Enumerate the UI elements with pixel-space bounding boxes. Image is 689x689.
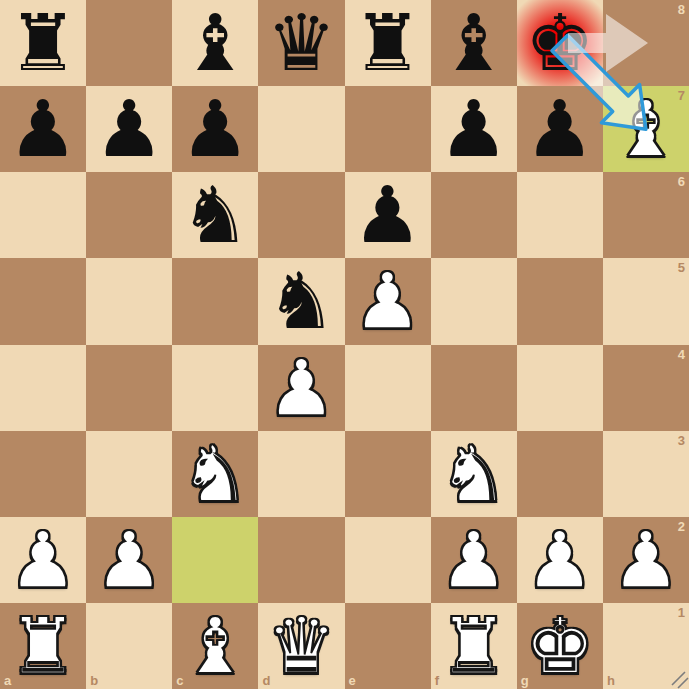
- board-grid: ♜♝♛♜♝♚8♟♟♟♟♟♝7♞♟6♞♟5♟4♞♞3♟♟♟♟♟2♜ab♝c♛de♜…: [0, 0, 689, 689]
- square-g7[interactable]: ♟: [517, 86, 603, 172]
- rank-label-5: 5: [678, 260, 685, 275]
- square-f4[interactable]: [431, 345, 517, 431]
- black-knight[interactable]: ♞: [180, 176, 250, 254]
- file-label-b: b: [90, 673, 98, 688]
- white-pawn[interactable]: ♟: [439, 521, 509, 599]
- white-pawn[interactable]: ♟: [8, 521, 78, 599]
- square-e5[interactable]: ♟: [345, 258, 431, 344]
- square-a6[interactable]: [0, 172, 86, 258]
- square-c2[interactable]: [172, 517, 258, 603]
- square-d6[interactable]: [258, 172, 344, 258]
- square-c7[interactable]: ♟: [172, 86, 258, 172]
- square-b4[interactable]: [86, 345, 172, 431]
- square-b1[interactable]: b: [86, 603, 172, 689]
- file-label-g: g: [521, 673, 529, 688]
- square-c5[interactable]: [172, 258, 258, 344]
- square-a8[interactable]: ♜: [0, 0, 86, 86]
- square-g4[interactable]: [517, 345, 603, 431]
- white-rook[interactable]: ♜: [439, 607, 509, 685]
- file-label-e: e: [349, 673, 356, 688]
- square-f6[interactable]: [431, 172, 517, 258]
- square-d5[interactable]: ♞: [258, 258, 344, 344]
- square-g5[interactable]: [517, 258, 603, 344]
- square-a3[interactable]: [0, 431, 86, 517]
- white-knight[interactable]: ♞: [439, 435, 509, 513]
- white-pawn[interactable]: ♟: [525, 521, 595, 599]
- square-h1[interactable]: 1h: [603, 603, 689, 689]
- white-pawn[interactable]: ♟: [353, 262, 423, 340]
- square-h4[interactable]: 4: [603, 345, 689, 431]
- square-g8[interactable]: ♚: [517, 0, 603, 86]
- rank-label-4: 4: [678, 347, 685, 362]
- square-b8[interactable]: [86, 0, 172, 86]
- black-rook[interactable]: ♜: [8, 4, 78, 82]
- white-pawn[interactable]: ♟: [94, 521, 164, 599]
- rank-label-3: 3: [678, 433, 685, 448]
- square-f3[interactable]: ♞: [431, 431, 517, 517]
- black-bishop[interactable]: ♝: [439, 4, 509, 82]
- file-label-f: f: [435, 673, 439, 688]
- white-bishop[interactable]: ♝: [611, 90, 681, 168]
- square-b6[interactable]: [86, 172, 172, 258]
- black-queen[interactable]: ♛: [266, 4, 336, 82]
- rank-label-2: 2: [678, 519, 685, 534]
- square-g2[interactable]: ♟: [517, 517, 603, 603]
- square-f8[interactable]: ♝: [431, 0, 517, 86]
- square-g3[interactable]: [517, 431, 603, 517]
- white-bishop[interactable]: ♝: [180, 607, 250, 685]
- square-c1[interactable]: ♝c: [172, 603, 258, 689]
- square-f1[interactable]: ♜f: [431, 603, 517, 689]
- rank-label-1: 1: [678, 605, 685, 620]
- black-pawn[interactable]: ♟: [353, 176, 423, 254]
- square-a5[interactable]: [0, 258, 86, 344]
- square-a2[interactable]: ♟: [0, 517, 86, 603]
- square-c6[interactable]: ♞: [172, 172, 258, 258]
- black-pawn[interactable]: ♟: [180, 90, 250, 168]
- white-queen[interactable]: ♛: [266, 607, 336, 685]
- square-d8[interactable]: ♛: [258, 0, 344, 86]
- black-knight[interactable]: ♞: [266, 262, 336, 340]
- square-f5[interactable]: [431, 258, 517, 344]
- square-h5[interactable]: 5: [603, 258, 689, 344]
- square-h3[interactable]: 3: [603, 431, 689, 517]
- square-b2[interactable]: ♟: [86, 517, 172, 603]
- square-e3[interactable]: [345, 431, 431, 517]
- square-f2[interactable]: ♟: [431, 517, 517, 603]
- square-f7[interactable]: ♟: [431, 86, 517, 172]
- black-pawn[interactable]: ♟: [8, 90, 78, 168]
- square-e4[interactable]: [345, 345, 431, 431]
- black-pawn[interactable]: ♟: [94, 90, 164, 168]
- black-king[interactable]: ♚: [525, 4, 595, 82]
- black-pawn[interactable]: ♟: [525, 90, 595, 168]
- square-a7[interactable]: ♟: [0, 86, 86, 172]
- square-b3[interactable]: [86, 431, 172, 517]
- square-e8[interactable]: ♜: [345, 0, 431, 86]
- square-g6[interactable]: [517, 172, 603, 258]
- square-c3[interactable]: ♞: [172, 431, 258, 517]
- square-h2[interactable]: ♟2: [603, 517, 689, 603]
- file-label-h: h: [607, 673, 615, 688]
- square-a4[interactable]: [0, 345, 86, 431]
- square-d3[interactable]: [258, 431, 344, 517]
- file-label-d: d: [262, 673, 270, 688]
- square-c8[interactable]: ♝: [172, 0, 258, 86]
- square-d1[interactable]: ♛d: [258, 603, 344, 689]
- white-pawn[interactable]: ♟: [266, 349, 336, 427]
- square-h8[interactable]: 8: [603, 0, 689, 86]
- square-h6[interactable]: 6: [603, 172, 689, 258]
- square-e7[interactable]: [345, 86, 431, 172]
- square-e2[interactable]: [345, 517, 431, 603]
- rank-label-7: 7: [678, 88, 685, 103]
- black-rook[interactable]: ♜: [353, 4, 423, 82]
- square-c4[interactable]: [172, 345, 258, 431]
- square-b5[interactable]: [86, 258, 172, 344]
- chess-board: ♜♝♛♜♝♚8♟♟♟♟♟♝7♞♟6♞♟5♟4♞♞3♟♟♟♟♟2♜ab♝c♛de♜…: [0, 0, 689, 689]
- white-king[interactable]: ♚: [525, 607, 595, 685]
- black-pawn[interactable]: ♟: [439, 90, 509, 168]
- black-bishop[interactable]: ♝: [180, 4, 250, 82]
- square-a1[interactable]: ♜a: [0, 603, 86, 689]
- square-g1[interactable]: ♚g: [517, 603, 603, 689]
- file-label-c: c: [176, 673, 183, 688]
- square-d2[interactable]: [258, 517, 344, 603]
- square-d7[interactable]: [258, 86, 344, 172]
- white-pawn[interactable]: ♟: [611, 521, 681, 599]
- rank-label-8: 8: [678, 2, 685, 17]
- white-rook[interactable]: ♜: [8, 607, 78, 685]
- square-d4[interactable]: ♟: [258, 345, 344, 431]
- square-h7[interactable]: ♝7: [603, 86, 689, 172]
- rank-label-6: 6: [678, 174, 685, 189]
- square-e6[interactable]: ♟: [345, 172, 431, 258]
- square-b7[interactable]: ♟: [86, 86, 172, 172]
- file-label-a: a: [4, 673, 11, 688]
- square-e1[interactable]: e: [345, 603, 431, 689]
- white-knight[interactable]: ♞: [180, 435, 250, 513]
